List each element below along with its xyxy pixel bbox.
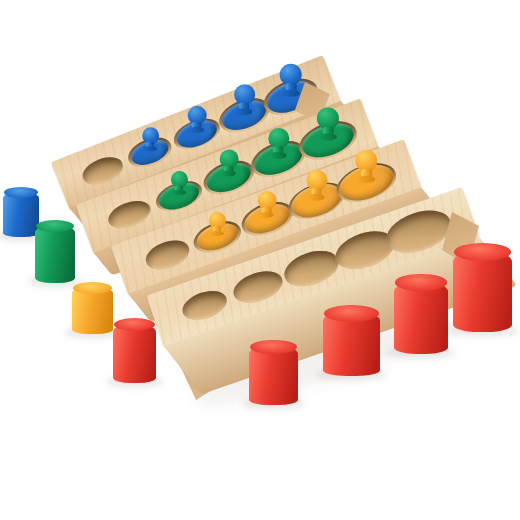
knob [208, 211, 225, 235]
cylinder-body [323, 312, 380, 376]
knob-collar [172, 190, 185, 195]
cylinder-body [249, 346, 298, 405]
knob [219, 149, 238, 177]
cylinder-body [113, 324, 156, 383]
socket-hole [104, 195, 154, 233]
knob-collar [358, 176, 375, 183]
knob [187, 105, 206, 133]
cylinder-body [3, 192, 39, 237]
socket-blue-1-empty[interactable] [79, 152, 127, 189]
knob [268, 127, 289, 158]
knob-collar [143, 146, 156, 151]
knob [317, 107, 339, 140]
knob-collar [221, 171, 236, 177]
loose-cylinder-red-5[interactable] [453, 255, 512, 332]
knob-collar [189, 127, 204, 133]
cylinder-top [395, 274, 447, 290]
socket-hole [79, 152, 127, 189]
knob-collar [270, 152, 286, 158]
cylinder-side [394, 282, 448, 354]
cylinder-body [394, 282, 448, 354]
cylinder-side [35, 225, 75, 283]
cylinder-top [73, 282, 112, 294]
cylinder-side [249, 346, 298, 405]
cylinder-side [72, 287, 113, 334]
socket-hole [142, 236, 193, 275]
socket-red-1-empty[interactable] [179, 286, 231, 325]
cylinder-top [36, 220, 74, 232]
knob-collar [210, 231, 223, 236]
socket-yellow-1-empty[interactable] [142, 236, 193, 275]
knob [306, 169, 327, 200]
loose-cylinder-red-1[interactable] [113, 328, 156, 383]
loose-cylinder-blue-1[interactable] [3, 196, 39, 237]
knob-collar [308, 194, 324, 200]
knob-collar [319, 134, 336, 141]
socket-hole [179, 286, 231, 325]
knob [355, 150, 377, 183]
knob [257, 190, 276, 218]
cylinder-body [72, 287, 113, 334]
scene [0, 0, 520, 520]
socket-green-2[interactable] [152, 175, 206, 217]
cylinder-body [35, 225, 75, 283]
loose-cylinder-red-4[interactable] [394, 286, 448, 354]
knob [233, 84, 254, 115]
cylinder-body [453, 251, 512, 332]
cylinder-top [324, 305, 379, 322]
loose-cylinder-red-2[interactable] [249, 350, 298, 405]
socket-blue-2[interactable] [124, 132, 175, 172]
knob [280, 64, 302, 97]
cylinder-top [250, 340, 297, 355]
knob-collar [282, 90, 299, 97]
knob-collar [236, 109, 252, 115]
socket-hole [229, 265, 287, 309]
knob-collar [259, 212, 274, 218]
cylinder-side [113, 324, 156, 383]
loose-cylinder-green-1[interactable] [35, 229, 75, 283]
socket-green-1-empty[interactable] [104, 195, 154, 233]
loose-cylinder-red-3[interactable] [323, 316, 380, 376]
socket-yellow-2[interactable] [189, 216, 244, 259]
knob [170, 171, 187, 195]
socket-red-2-empty[interactable] [229, 265, 287, 309]
cylinder-side [453, 251, 512, 332]
cylinder-side [3, 192, 39, 237]
loose-cylinder-yellow-1[interactable] [72, 291, 113, 334]
cylinder-top [454, 243, 511, 261]
knob [141, 127, 158, 151]
